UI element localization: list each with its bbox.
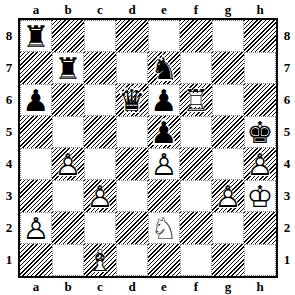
square-g8[interactable] (212, 20, 244, 52)
file-label-bottom-h: h (244, 278, 276, 295)
piece-wP-c3: ♙ (84, 180, 116, 212)
rank-label-right-6: 6 (279, 84, 295, 116)
piece-bR-a8: ♜ (20, 20, 52, 52)
rank-label-right-2: 2 (279, 212, 295, 244)
square-a7[interactable] (20, 52, 52, 84)
square-e6[interactable]: ♟♟ (148, 84, 180, 116)
piece-halo: ♟ (20, 84, 52, 116)
piece-halo: ♜ (52, 52, 84, 84)
square-c3[interactable]: ♟♙ (84, 180, 116, 212)
rank-label-left-4: 4 (1, 148, 17, 180)
piece-bN-e7: ♞ (148, 52, 180, 84)
square-d1[interactable] (116, 244, 148, 276)
square-g5[interactable] (212, 116, 244, 148)
piece-bP-e5: ♟ (148, 116, 180, 148)
file-label-top-d: d (116, 1, 148, 18)
square-e7[interactable]: ♞♞ (148, 52, 180, 84)
square-a1[interactable] (20, 244, 52, 276)
square-h2[interactable] (244, 212, 276, 244)
rank-label-right-8: 8 (279, 20, 295, 52)
rank-label-left-3: 3 (1, 180, 17, 212)
square-a8[interactable]: ♜♜ (20, 20, 52, 52)
square-b8[interactable] (52, 20, 84, 52)
square-d5[interactable] (116, 116, 148, 148)
square-h1[interactable] (244, 244, 276, 276)
rank-label-left-8: 8 (1, 20, 17, 52)
file-label-bottom-g: g (212, 278, 244, 295)
square-b3[interactable] (52, 180, 84, 212)
square-g4[interactable] (212, 148, 244, 180)
square-b1[interactable] (52, 244, 84, 276)
file-label-top-a: a (20, 1, 52, 18)
rank-label-right-5: 5 (279, 116, 295, 148)
piece-halo: ♚ (244, 180, 276, 212)
square-d6[interactable]: ♛♛ (116, 84, 148, 116)
square-f3[interactable] (180, 180, 212, 212)
chess-board: ♜♜♜♜♞♞♟♟♛♛♟♟♜♖♟♟♚♚♟♙♟♙♟♙♟♙♟♙♚♔♟♙♞♘♝♗ (18, 18, 278, 278)
square-f7[interactable] (180, 52, 212, 84)
square-e5[interactable]: ♟♟ (148, 116, 180, 148)
piece-bR-b7: ♜ (52, 52, 84, 84)
file-label-top-h: h (244, 1, 276, 18)
square-c7[interactable] (84, 52, 116, 84)
square-f8[interactable] (180, 20, 212, 52)
square-d7[interactable] (116, 52, 148, 84)
file-label-top-c: c (84, 1, 116, 18)
rank-label-right-3: 3 (279, 180, 295, 212)
file-label-bottom-f: f (180, 278, 212, 295)
piece-wP-e4: ♙ (148, 148, 180, 180)
chess-diagram: ♜♜♜♜♞♞♟♟♛♛♟♟♜♖♟♟♚♚♟♙♟♙♟♙♟♙♟♙♚♔♟♙♞♘♝♗ aab… (0, 0, 295, 295)
file-label-top-g: g (212, 1, 244, 18)
piece-bP-e6: ♟ (148, 84, 180, 116)
rank-label-left-7: 7 (1, 52, 17, 84)
rank-label-left-1: 1 (1, 244, 17, 276)
square-b4[interactable]: ♟♙ (52, 148, 84, 180)
file-label-bottom-b: b (52, 278, 84, 295)
piece-wR-f6: ♖ (180, 84, 212, 116)
square-c4[interactable] (84, 148, 116, 180)
square-c6[interactable] (84, 84, 116, 116)
square-f6[interactable]: ♜♖ (180, 84, 212, 116)
piece-wP-h4: ♙ (244, 148, 276, 180)
square-b7[interactable]: ♜♜ (52, 52, 84, 84)
piece-halo: ♟ (52, 148, 84, 180)
piece-halo: ♟ (148, 148, 180, 180)
piece-halo: ♟ (148, 116, 180, 148)
piece-halo: ♝ (84, 244, 116, 276)
piece-wK-h3: ♔ (244, 180, 276, 212)
square-d4[interactable] (116, 148, 148, 180)
square-d3[interactable] (116, 180, 148, 212)
square-a6[interactable]: ♟♟ (20, 84, 52, 116)
square-g7[interactable] (212, 52, 244, 84)
square-g6[interactable] (212, 84, 244, 116)
piece-halo: ♟ (244, 148, 276, 180)
file-label-top-f: f (180, 1, 212, 18)
file-label-bottom-a: a (20, 278, 52, 295)
piece-halo: ♟ (84, 180, 116, 212)
square-b5[interactable] (52, 116, 84, 148)
piece-halo: ♜ (180, 84, 212, 116)
square-g3[interactable]: ♟♙ (212, 180, 244, 212)
square-g2[interactable] (212, 212, 244, 244)
square-h4[interactable]: ♟♙ (244, 148, 276, 180)
square-c8[interactable] (84, 20, 116, 52)
rank-label-right-4: 4 (279, 148, 295, 180)
piece-wP-b4: ♙ (52, 148, 84, 180)
square-f1[interactable] (180, 244, 212, 276)
square-h3[interactable]: ♚♔ (244, 180, 276, 212)
square-a4[interactable] (20, 148, 52, 180)
piece-halo: ♟ (212, 180, 244, 212)
square-e2[interactable]: ♞♘ (148, 212, 180, 244)
square-h5[interactable]: ♚♚ (244, 116, 276, 148)
square-e3[interactable] (148, 180, 180, 212)
square-c5[interactable] (84, 116, 116, 148)
piece-wP-a2: ♙ (20, 212, 52, 244)
square-f4[interactable] (180, 148, 212, 180)
square-d8[interactable] (116, 20, 148, 52)
file-label-top-b: b (52, 1, 84, 18)
square-e1[interactable] (148, 244, 180, 276)
piece-wB-c1: ♗ (84, 244, 116, 276)
piece-halo: ♞ (148, 212, 180, 244)
rank-label-right-1: 1 (279, 244, 295, 276)
rank-label-left-2: 2 (1, 212, 17, 244)
piece-halo: ♜ (20, 20, 52, 52)
square-d2[interactable] (116, 212, 148, 244)
piece-halo: ♛ (116, 84, 148, 116)
square-e8[interactable] (148, 20, 180, 52)
square-h8[interactable] (244, 20, 276, 52)
square-f2[interactable] (180, 212, 212, 244)
square-b6[interactable] (52, 84, 84, 116)
rank-label-left-6: 6 (1, 84, 17, 116)
piece-bP-a6: ♟ (20, 84, 52, 116)
file-label-bottom-d: d (116, 278, 148, 295)
square-f5[interactable] (180, 116, 212, 148)
square-h7[interactable] (244, 52, 276, 84)
square-a2[interactable]: ♟♙ (20, 212, 52, 244)
piece-bK-h5: ♚ (244, 116, 276, 148)
piece-halo: ♞ (148, 52, 180, 84)
piece-halo: ♟ (20, 212, 52, 244)
file-label-bottom-e: e (148, 278, 180, 295)
rank-label-left-5: 5 (1, 116, 17, 148)
square-a3[interactable] (20, 180, 52, 212)
square-e4[interactable]: ♟♙ (148, 148, 180, 180)
square-h6[interactable] (244, 84, 276, 116)
rank-label-right-7: 7 (279, 52, 295, 84)
square-c2[interactable] (84, 212, 116, 244)
square-c1[interactable]: ♝♗ (84, 244, 116, 276)
piece-halo: ♚ (244, 116, 276, 148)
square-b2[interactable] (52, 212, 84, 244)
piece-bQ-d6: ♛ (116, 84, 148, 116)
piece-wN-e2: ♘ (148, 212, 180, 244)
square-g1[interactable] (212, 244, 244, 276)
file-label-bottom-c: c (84, 278, 116, 295)
piece-halo: ♟ (148, 84, 180, 116)
piece-wP-g3: ♙ (212, 180, 244, 212)
square-a5[interactable] (20, 116, 52, 148)
file-label-top-e: e (148, 1, 180, 18)
